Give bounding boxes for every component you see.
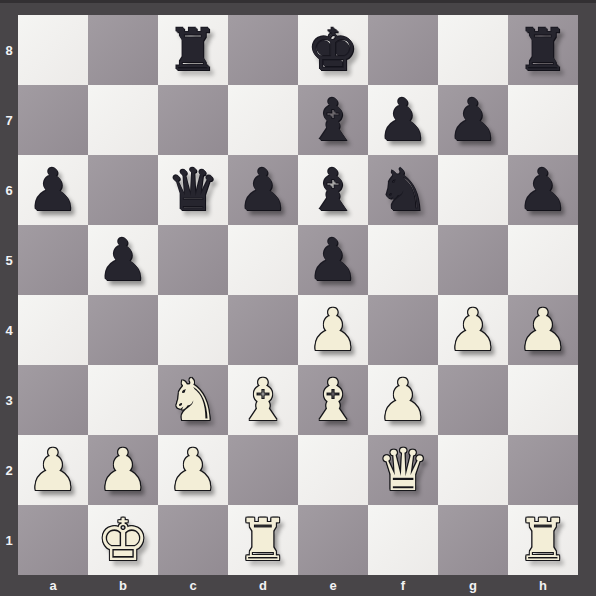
square-a2[interactable]: ♟ (18, 435, 88, 505)
square-e4[interactable]: ♟ (298, 295, 368, 365)
square-b6[interactable] (88, 155, 158, 225)
square-e3[interactable]: ♝ (298, 365, 368, 435)
file-label-e: e (298, 575, 368, 596)
square-f4[interactable] (368, 295, 438, 365)
white-pawn-piece: ♟ (377, 365, 429, 435)
square-f5[interactable] (368, 225, 438, 295)
square-e6[interactable]: ♝ (298, 155, 368, 225)
white-pawn-piece: ♟ (167, 435, 219, 505)
white-knight-piece: ♞ (167, 365, 219, 435)
rank-label-1: 1 (0, 505, 18, 575)
square-d7[interactable] (228, 85, 298, 155)
black-pawn-piece: ♟ (517, 155, 569, 225)
square-f8[interactable] (368, 15, 438, 85)
square-d4[interactable] (228, 295, 298, 365)
square-b1[interactable]: ♚ (88, 505, 158, 575)
square-g3[interactable] (438, 365, 508, 435)
square-f7[interactable]: ♟ (368, 85, 438, 155)
black-bishop-piece: ♝ (307, 155, 359, 225)
file-label-d: d (228, 575, 298, 596)
square-c2[interactable]: ♟ (158, 435, 228, 505)
file-label-f: f (368, 575, 438, 596)
square-h2[interactable] (508, 435, 578, 505)
square-b7[interactable] (88, 85, 158, 155)
square-a5[interactable] (18, 225, 88, 295)
chess-board-frame: 87654321 ♜♚♜♝♟♟♟♛♟♝♞♟♟♟♟♟♟♞♝♝♟♟♟♟♛♚♜♜ ab… (0, 0, 596, 596)
black-knight-piece: ♞ (377, 155, 429, 225)
square-a3[interactable] (18, 365, 88, 435)
square-e2[interactable] (298, 435, 368, 505)
black-pawn-piece: ♟ (447, 85, 499, 155)
rank-label-2: 2 (0, 435, 18, 505)
black-rook-piece: ♜ (517, 15, 569, 85)
square-g8[interactable] (438, 15, 508, 85)
square-h6[interactable]: ♟ (508, 155, 578, 225)
square-h1[interactable]: ♜ (508, 505, 578, 575)
rank-label-7: 7 (0, 85, 18, 155)
black-queen-piece: ♛ (167, 155, 219, 225)
square-c8[interactable]: ♜ (158, 15, 228, 85)
square-c3[interactable]: ♞ (158, 365, 228, 435)
square-h3[interactable] (508, 365, 578, 435)
black-pawn-piece: ♟ (307, 225, 359, 295)
rank-label-4: 4 (0, 295, 18, 365)
square-a1[interactable] (18, 505, 88, 575)
file-label-h: h (508, 575, 578, 596)
square-a4[interactable] (18, 295, 88, 365)
square-g5[interactable] (438, 225, 508, 295)
white-bishop-piece: ♝ (237, 365, 289, 435)
square-b5[interactable]: ♟ (88, 225, 158, 295)
file-label-b: b (88, 575, 158, 596)
square-d5[interactable] (228, 225, 298, 295)
rank-labels: 87654321 (0, 15, 18, 575)
square-b4[interactable] (88, 295, 158, 365)
square-f1[interactable] (368, 505, 438, 575)
white-pawn-piece: ♟ (97, 435, 149, 505)
square-g7[interactable]: ♟ (438, 85, 508, 155)
square-f2[interactable]: ♛ (368, 435, 438, 505)
square-f6[interactable]: ♞ (368, 155, 438, 225)
square-d6[interactable]: ♟ (228, 155, 298, 225)
rank-label-8: 8 (0, 15, 18, 85)
square-c5[interactable] (158, 225, 228, 295)
square-c4[interactable] (158, 295, 228, 365)
square-g1[interactable] (438, 505, 508, 575)
square-a6[interactable]: ♟ (18, 155, 88, 225)
square-e7[interactable]: ♝ (298, 85, 368, 155)
black-rook-piece: ♜ (167, 15, 219, 85)
file-labels: abcdefgh (18, 575, 578, 596)
square-e8[interactable]: ♚ (298, 15, 368, 85)
white-bishop-piece: ♝ (307, 365, 359, 435)
square-h8[interactable]: ♜ (508, 15, 578, 85)
file-label-c: c (158, 575, 228, 596)
black-pawn-piece: ♟ (27, 155, 79, 225)
chess-board: ♜♚♜♝♟♟♟♛♟♝♞♟♟♟♟♟♟♞♝♝♟♟♟♟♛♚♜♜ (18, 15, 578, 575)
rank-label-6: 6 (0, 155, 18, 225)
black-pawn-piece: ♟ (377, 85, 429, 155)
white-rook-piece: ♜ (237, 505, 289, 575)
square-e1[interactable] (298, 505, 368, 575)
square-e5[interactable]: ♟ (298, 225, 368, 295)
square-h7[interactable] (508, 85, 578, 155)
rank-label-3: 3 (0, 365, 18, 435)
white-pawn-piece: ♟ (447, 295, 499, 365)
black-pawn-piece: ♟ (237, 155, 289, 225)
square-h5[interactable] (508, 225, 578, 295)
square-a8[interactable] (18, 15, 88, 85)
white-king-piece: ♚ (97, 505, 149, 575)
square-d2[interactable] (228, 435, 298, 505)
square-b3[interactable] (88, 365, 158, 435)
square-c7[interactable] (158, 85, 228, 155)
white-pawn-piece: ♟ (307, 295, 359, 365)
square-d3[interactable]: ♝ (228, 365, 298, 435)
square-d1[interactable]: ♜ (228, 505, 298, 575)
black-king-piece: ♚ (307, 15, 359, 85)
square-d8[interactable] (228, 15, 298, 85)
square-b8[interactable] (88, 15, 158, 85)
square-b2[interactable]: ♟ (88, 435, 158, 505)
square-c1[interactable] (158, 505, 228, 575)
square-g2[interactable] (438, 435, 508, 505)
black-bishop-piece: ♝ (307, 85, 359, 155)
square-f3[interactable]: ♟ (368, 365, 438, 435)
square-g4[interactable]: ♟ (438, 295, 508, 365)
file-label-g: g (438, 575, 508, 596)
square-g6[interactable] (438, 155, 508, 225)
white-pawn-piece: ♟ (517, 295, 569, 365)
white-rook-piece: ♜ (517, 505, 569, 575)
square-c6[interactable]: ♛ (158, 155, 228, 225)
white-queen-piece: ♛ (377, 435, 429, 505)
rank-label-5: 5 (0, 225, 18, 295)
square-a7[interactable] (18, 85, 88, 155)
file-label-a: a (18, 575, 88, 596)
square-h4[interactable]: ♟ (508, 295, 578, 365)
white-pawn-piece: ♟ (27, 435, 79, 505)
black-pawn-piece: ♟ (97, 225, 149, 295)
